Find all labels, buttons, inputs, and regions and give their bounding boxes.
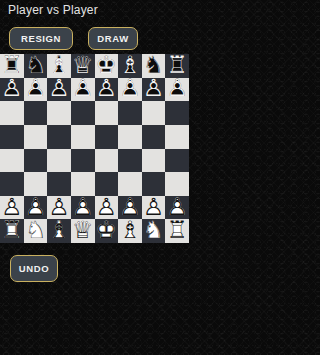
square-g3[interactable] [142,172,166,196]
square-h1[interactable]: ♜♖ [165,219,189,243]
square-e3[interactable] [95,172,119,196]
square-b6[interactable] [24,101,48,125]
square-g4[interactable] [142,149,166,173]
square-a3[interactable] [0,172,24,196]
square-e1[interactable]: ♚♔ [95,219,119,243]
piece-white-knight: ♞♘ [24,219,48,243]
square-h5[interactable] [165,125,189,149]
piece-black-pawn: ♟♙ [0,78,24,102]
square-b5[interactable] [24,125,48,149]
square-g2[interactable]: ♟♙ [142,196,166,220]
square-d4[interactable] [71,149,95,173]
square-h6[interactable] [165,101,189,125]
square-d6[interactable] [71,101,95,125]
square-b4[interactable] [24,149,48,173]
square-h3[interactable] [165,172,189,196]
square-f4[interactable] [118,149,142,173]
square-c6[interactable] [47,101,71,125]
square-d8[interactable]: ♛♕ [71,54,95,78]
square-g8[interactable]: ♞♘ [142,54,166,78]
square-a6[interactable] [0,101,24,125]
piece-black-pawn: ♟♙ [95,78,119,102]
square-h2[interactable]: ♟♙ [165,196,189,220]
square-a8[interactable]: ♜♖ [0,54,24,78]
square-a5[interactable] [0,125,24,149]
piece-black-pawn: ♟♙ [71,78,95,102]
square-e4[interactable] [95,149,119,173]
piece-white-king: ♚♔ [95,219,119,243]
piece-white-knight: ♞♘ [142,219,166,243]
square-e2[interactable]: ♟♙ [95,196,119,220]
square-f7[interactable]: ♟♙ [118,78,142,102]
piece-white-pawn: ♟♙ [95,196,119,220]
square-h4[interactable] [165,149,189,173]
square-f3[interactable] [118,172,142,196]
square-f1[interactable]: ♝♗ [118,219,142,243]
square-d3[interactable] [71,172,95,196]
square-c8[interactable]: ♝♗ [47,54,71,78]
piece-black-knight: ♞♘ [142,54,166,78]
square-g7[interactable]: ♟♙ [142,78,166,102]
piece-white-queen: ♛♕ [71,219,95,243]
square-b1[interactable]: ♞♘ [24,219,48,243]
square-g5[interactable] [142,125,166,149]
square-g1[interactable]: ♞♘ [142,219,166,243]
piece-white-pawn: ♟♙ [47,196,71,220]
square-f5[interactable] [118,125,142,149]
piece-white-pawn: ♟♙ [0,196,24,220]
piece-black-pawn: ♟♙ [47,78,71,102]
draw-button[interactable]: DRAW [88,27,138,50]
piece-white-pawn: ♟♙ [118,196,142,220]
piece-white-rook: ♜♖ [165,219,189,243]
piece-white-pawn: ♟♙ [71,196,95,220]
square-b7[interactable]: ♟♙ [24,78,48,102]
square-f2[interactable]: ♟♙ [118,196,142,220]
piece-white-bishop: ♝♗ [47,219,71,243]
square-h8[interactable]: ♜♖ [165,54,189,78]
piece-black-king: ♚♔ [95,54,119,78]
square-d5[interactable] [71,125,95,149]
square-d1[interactable]: ♛♕ [71,219,95,243]
page-title: Player vs Player [8,3,98,17]
piece-black-pawn: ♟♙ [118,78,142,102]
square-c3[interactable] [47,172,71,196]
piece-black-pawn: ♟♙ [165,78,189,102]
square-c2[interactable]: ♟♙ [47,196,71,220]
undo-button[interactable]: UNDO [10,255,58,282]
piece-black-pawn: ♟♙ [142,78,166,102]
piece-black-pawn: ♟♙ [24,78,48,102]
piece-white-pawn: ♟♙ [142,196,166,220]
piece-white-rook: ♜♖ [0,219,24,243]
square-d7[interactable]: ♟♙ [71,78,95,102]
piece-black-bishop: ♝♗ [47,54,71,78]
piece-white-pawn: ♟♙ [165,196,189,220]
square-c7[interactable]: ♟♙ [47,78,71,102]
square-f8[interactable]: ♝♗ [118,54,142,78]
square-b3[interactable] [24,172,48,196]
square-d2[interactable]: ♟♙ [71,196,95,220]
piece-black-queen: ♛♕ [71,54,95,78]
square-e5[interactable] [95,125,119,149]
square-c4[interactable] [47,149,71,173]
square-f6[interactable] [118,101,142,125]
resign-button[interactable]: RESIGN [9,27,73,50]
square-e7[interactable]: ♟♙ [95,78,119,102]
square-g6[interactable] [142,101,166,125]
piece-white-pawn: ♟♙ [24,196,48,220]
square-a4[interactable] [0,149,24,173]
square-h7[interactable]: ♟♙ [165,78,189,102]
piece-black-rook: ♜♖ [0,54,24,78]
square-b2[interactable]: ♟♙ [24,196,48,220]
piece-white-bishop: ♝♗ [118,219,142,243]
chess-board[interactable]: ♜♖♞♘♝♗♛♕♚♔♝♗♞♘♜♖♟♙♟♙♟♙♟♙♟♙♟♙♟♙♟♙♟♙♟♙♟♙♟♙… [0,54,189,243]
piece-black-bishop: ♝♗ [118,54,142,78]
square-c5[interactable] [47,125,71,149]
square-a1[interactable]: ♜♖ [0,219,24,243]
square-a7[interactable]: ♟♙ [0,78,24,102]
piece-black-rook: ♜♖ [165,54,189,78]
piece-black-knight: ♞♘ [24,54,48,78]
square-e6[interactable] [95,101,119,125]
square-b8[interactable]: ♞♘ [24,54,48,78]
square-c1[interactable]: ♝♗ [47,219,71,243]
square-e8[interactable]: ♚♔ [95,54,119,78]
square-a2[interactable]: ♟♙ [0,196,24,220]
